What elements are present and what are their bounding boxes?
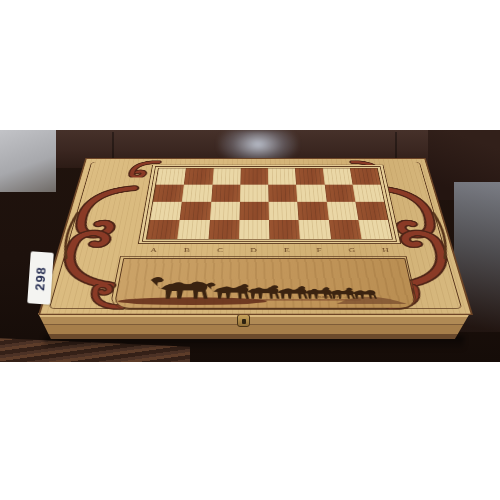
board-square[interactable] xyxy=(240,168,268,184)
file-letter-label: G xyxy=(348,247,355,253)
caravan-ground-line xyxy=(253,299,361,300)
board-square[interactable] xyxy=(355,202,388,220)
board-square[interactable] xyxy=(182,185,212,202)
board-square[interactable] xyxy=(324,185,355,202)
caravan-ground xyxy=(117,297,267,305)
photo-canvas: ABCDEFGH made in … 298 xyxy=(0,0,500,500)
floor-patch xyxy=(0,130,56,192)
board-square[interactable] xyxy=(268,168,296,184)
file-letter-label: B xyxy=(184,247,191,253)
lot-number-sticker: 298 xyxy=(27,251,54,304)
board-square[interactable] xyxy=(150,202,182,220)
board-square[interactable] xyxy=(296,185,326,202)
photograph: ABCDEFGH made in … 298 xyxy=(0,130,500,362)
board-square[interactable] xyxy=(239,202,269,220)
chessboard-frame xyxy=(138,165,401,244)
made-in-inscription: made in … xyxy=(316,295,349,299)
board-square[interactable] xyxy=(208,220,239,239)
board-square[interactable] xyxy=(358,220,392,239)
board-square[interactable] xyxy=(147,220,180,239)
board-square[interactable] xyxy=(210,202,240,220)
file-letter-label: A xyxy=(150,247,158,253)
box-front-side xyxy=(38,313,470,339)
chessboard[interactable] xyxy=(146,168,393,240)
board-square[interactable] xyxy=(269,202,299,220)
clasp-keyhole-icon xyxy=(242,319,246,324)
board-square[interactable] xyxy=(184,168,213,184)
board-square[interactable] xyxy=(239,220,270,239)
board-square[interactable] xyxy=(352,185,384,202)
board-square[interactable] xyxy=(350,168,381,184)
file-letter-label: E xyxy=(284,247,290,253)
camel-icon xyxy=(148,277,209,299)
file-letter-label: C xyxy=(217,247,223,253)
lot-number: 298 xyxy=(32,265,49,291)
board-square[interactable] xyxy=(299,220,331,239)
board-square[interactable] xyxy=(240,185,269,202)
file-letters-strip: ABCDEFGH xyxy=(136,245,404,255)
board-square[interactable] xyxy=(297,202,328,220)
board-square[interactable] xyxy=(211,185,240,202)
board-square[interactable] xyxy=(212,168,240,184)
caravan-panel: made in … xyxy=(113,258,416,308)
clasp-latch[interactable] xyxy=(237,314,250,327)
board-square[interactable] xyxy=(269,220,300,239)
board-square[interactable] xyxy=(156,168,186,184)
board-square[interactable] xyxy=(295,168,324,184)
board-square[interactable] xyxy=(322,168,352,184)
board-square[interactable] xyxy=(153,185,184,202)
file-letter-label: H xyxy=(382,247,390,253)
caravan-panel-frame: made in … xyxy=(109,256,419,310)
board-square[interactable] xyxy=(177,220,209,239)
board-square[interactable] xyxy=(180,202,211,220)
file-letter-label: D xyxy=(250,247,257,253)
file-letter-label: F xyxy=(316,247,322,253)
camel-caravan-scene xyxy=(114,259,415,308)
chess-box-lid[interactable]: ABCDEFGH made in … xyxy=(38,158,473,315)
board-square[interactable] xyxy=(268,185,297,202)
board-square[interactable] xyxy=(326,202,358,220)
board-square[interactable] xyxy=(328,220,361,239)
